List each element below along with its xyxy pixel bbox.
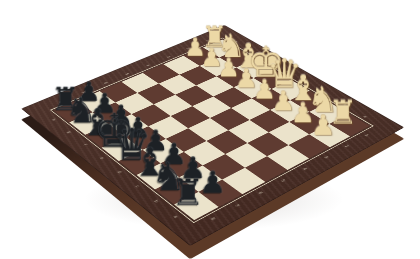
white-pawn-a2: ♟ — [311, 113, 336, 139]
product-photo-canvas: hgfedcba hgfedcba 12345678 12345678 ♜♞♝♚… — [0, 0, 420, 259]
black-rook-a8: ♜ — [172, 176, 205, 209]
perspective-scene: hgfedcba hgfedcba 12345678 12345678 ♜♞♝♚… — [0, 0, 420, 259]
chess-board: hgfedcba hgfedcba 12345678 12345678 ♜♞♝♚… — [21, 25, 404, 246]
